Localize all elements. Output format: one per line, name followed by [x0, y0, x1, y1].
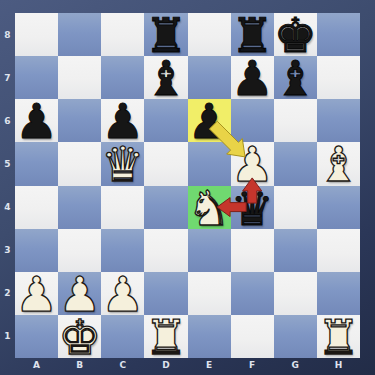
square-d4[interactable] — [144, 186, 187, 229]
piece-white-rook: ♜ — [144, 316, 187, 359]
file-label-b: B — [58, 358, 101, 375]
square-a4[interactable] — [15, 186, 58, 229]
piece-white-pawn: ♟ — [101, 273, 144, 316]
file-label-c: C — [101, 358, 144, 375]
rank-label-5: 5 — [0, 142, 15, 185]
piece-black-pawn: ♟ — [231, 57, 274, 100]
square-b1[interactable]: ♚ — [58, 315, 101, 358]
square-f4[interactable]: ♛ — [231, 186, 274, 229]
square-f1[interactable] — [231, 315, 274, 358]
piece-white-knight: ♞ — [188, 187, 231, 230]
chess-board: ♜♜♚♝♟♝♟♟♟♛♟♝♞♛♟♟♟♚♜♜ — [15, 13, 360, 358]
square-e3[interactable] — [188, 229, 231, 272]
square-g1[interactable] — [274, 315, 317, 358]
rank-label-2: 2 — [0, 272, 15, 315]
piece-black-bishop: ♝ — [274, 57, 317, 100]
square-e8[interactable] — [188, 13, 231, 56]
piece-black-pawn: ♟ — [15, 100, 58, 143]
square-d1[interactable]: ♜ — [144, 315, 187, 358]
piece-white-pawn: ♟ — [15, 273, 58, 316]
square-d3[interactable] — [144, 229, 187, 272]
square-g5[interactable] — [274, 142, 317, 185]
square-a5[interactable] — [15, 142, 58, 185]
square-f3[interactable] — [231, 229, 274, 272]
square-b6[interactable] — [58, 99, 101, 142]
square-h3[interactable] — [317, 229, 360, 272]
rank-label-7: 7 — [0, 56, 15, 99]
rank-label-3: 3 — [0, 229, 15, 272]
square-d5[interactable] — [144, 142, 187, 185]
square-b4[interactable] — [58, 186, 101, 229]
square-b7[interactable] — [58, 56, 101, 99]
square-h8[interactable] — [317, 13, 360, 56]
file-label-f: F — [231, 358, 274, 375]
square-a8[interactable] — [15, 13, 58, 56]
square-b5[interactable] — [58, 142, 101, 185]
rank-label-4: 4 — [0, 186, 15, 229]
square-e1[interactable] — [188, 315, 231, 358]
square-f2[interactable] — [231, 272, 274, 315]
piece-black-queen: ♛ — [231, 187, 274, 230]
square-d7[interactable]: ♝ — [144, 56, 187, 99]
piece-black-pawn: ♟ — [188, 100, 231, 143]
square-g7[interactable]: ♝ — [274, 56, 317, 99]
square-g3[interactable] — [274, 229, 317, 272]
piece-white-rook: ♜ — [317, 316, 360, 359]
piece-white-king: ♚ — [58, 316, 101, 359]
square-h1[interactable]: ♜ — [317, 315, 360, 358]
piece-white-queen: ♛ — [101, 143, 144, 186]
file-labels: ABCDEFGH — [15, 358, 360, 375]
square-g6[interactable] — [274, 99, 317, 142]
piece-white-bishop: ♝ — [317, 143, 360, 186]
file-label-g: G — [274, 358, 317, 375]
square-c5[interactable]: ♛ — [101, 142, 144, 185]
rank-labels: 87654321 — [0, 13, 15, 358]
square-c2[interactable]: ♟ — [101, 272, 144, 315]
square-c8[interactable] — [101, 13, 144, 56]
file-label-d: D — [144, 358, 187, 375]
square-h4[interactable] — [317, 186, 360, 229]
piece-black-bishop: ♝ — [144, 57, 187, 100]
square-b8[interactable] — [58, 13, 101, 56]
square-e2[interactable] — [188, 272, 231, 315]
square-e6[interactable]: ♟ — [188, 99, 231, 142]
rank-label-6: 6 — [0, 99, 15, 142]
square-f7[interactable]: ♟ — [231, 56, 274, 99]
square-h5[interactable]: ♝ — [317, 142, 360, 185]
rank-label-1: 1 — [0, 315, 15, 358]
square-g4[interactable] — [274, 186, 317, 229]
square-e4[interactable]: ♞ — [188, 186, 231, 229]
square-c1[interactable] — [101, 315, 144, 358]
square-a2[interactable]: ♟ — [15, 272, 58, 315]
file-label-e: E — [188, 358, 231, 375]
chess-board-frame: 87654321 ♜♜♚♝♟♝♟♟♟♛♟♝♞♛♟♟♟♚♜♜ ABCDEFGH — [0, 0, 375, 375]
square-h7[interactable] — [317, 56, 360, 99]
file-label-h: H — [317, 358, 360, 375]
file-label-a: A — [15, 358, 58, 375]
square-a6[interactable]: ♟ — [15, 99, 58, 142]
square-a1[interactable] — [15, 315, 58, 358]
rank-label-8: 8 — [0, 13, 15, 56]
square-d6[interactable] — [144, 99, 187, 142]
square-c4[interactable] — [101, 186, 144, 229]
square-g2[interactable] — [274, 272, 317, 315]
